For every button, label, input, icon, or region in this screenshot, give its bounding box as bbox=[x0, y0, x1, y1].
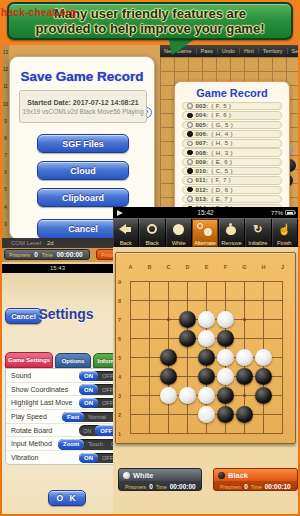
toggle-option-off[interactable]: OFF bbox=[98, 400, 113, 406]
toggle-sound[interactable]: ONOFF bbox=[79, 371, 113, 382]
record-row[interactable]: 012:( D, 6 ) bbox=[182, 186, 282, 194]
game-record-screenshot: New GamePassUndoHintTerritorySettings Ga… bbox=[160, 45, 298, 211]
white-stone-icon bbox=[187, 178, 193, 184]
time-value: 00:00:10 bbox=[265, 483, 291, 490]
settings-screenshot: 15:43 Cancel Settings Game Settings Opti… bbox=[2, 262, 113, 514]
tab-options[interactable]: Options bbox=[55, 353, 91, 368]
move-number: 009: bbox=[196, 159, 209, 165]
white-button[interactable]: White bbox=[166, 219, 192, 247]
coord-number: 7 bbox=[2, 153, 9, 158]
black-stone-icon bbox=[187, 131, 193, 137]
toggle-show-coordinates[interactable]: ONOFF bbox=[79, 384, 113, 395]
cloud-button[interactable]: Cloud bbox=[37, 161, 129, 180]
white-stone-E3[interactable] bbox=[198, 387, 215, 404]
battery-percent: 77% bbox=[271, 210, 283, 216]
status-bar: 15:42 77% bbox=[113, 207, 298, 218]
screenshot-collage: Many user friendly features are provided… bbox=[0, 0, 300, 516]
row-label: 1 bbox=[118, 431, 121, 437]
record-row[interactable]: 013:( E, 7 ) bbox=[182, 195, 282, 203]
record-row[interactable]: 006:( H, 4 ) bbox=[182, 130, 282, 138]
toolbar-button-label: White bbox=[172, 240, 186, 246]
hoshi-point bbox=[243, 394, 246, 397]
move-number: 013: bbox=[196, 196, 209, 202]
setting-row-input-method: Input MethodZoomTouchCursor bbox=[6, 437, 113, 451]
setting-row-sound: SoundONOFF bbox=[6, 369, 113, 383]
tab-information[interactable]: Information bbox=[93, 353, 113, 368]
black-stone-G2[interactable] bbox=[236, 406, 253, 423]
ok-button[interactable]: O K bbox=[48, 490, 86, 506]
row-label: 4 bbox=[118, 374, 121, 380]
segment-option-normal[interactable]: Normal bbox=[84, 414, 110, 420]
com-level-label: COM Level bbox=[11, 240, 41, 246]
finish-button[interactable]: ☝Finish bbox=[272, 219, 298, 247]
white-stone-icon bbox=[123, 472, 130, 479]
prisoners-label: Prisoners bbox=[125, 484, 146, 490]
black-stone-icon bbox=[187, 168, 193, 174]
toolbar-button-label: Initialize bbox=[248, 240, 267, 246]
back-arrow bbox=[119, 222, 132, 236]
coord-number: 4 bbox=[2, 205, 9, 210]
black-stone-D6[interactable] bbox=[179, 330, 196, 347]
initialize-arrow: ↻ bbox=[253, 223, 262, 235]
column-label: A bbox=[129, 264, 133, 270]
coord-number: 11 bbox=[2, 84, 9, 89]
game-summary: 19x19 vsCOMLv2d Black Move56 Playing bbox=[22, 108, 143, 115]
move-coordinate: ( H, 5 ) bbox=[211, 140, 233, 146]
alternate-stones bbox=[197, 222, 212, 236]
move-coordinate: ( E, 6 ) bbox=[211, 159, 232, 165]
time-value: 00:00:00 bbox=[170, 483, 196, 490]
row-labels: 987654321 bbox=[116, 281, 125, 434]
player-name: White bbox=[133, 471, 153, 480]
black-button[interactable]: Black bbox=[139, 219, 165, 247]
toggle-option-off[interactable]: OFF bbox=[98, 387, 113, 393]
black-stone-icon bbox=[187, 150, 193, 156]
black-stone-F2[interactable] bbox=[217, 406, 234, 423]
black-stone-D7[interactable] bbox=[179, 311, 196, 328]
white-player-strip: Prisoners 0 Time 00:00:00 bbox=[4, 249, 90, 260]
finish-hand: ☝ bbox=[277, 222, 291, 236]
toolbar-item-pass[interactable]: Pass bbox=[197, 48, 218, 54]
move-number: 005: bbox=[196, 122, 209, 128]
game-info-box: Started Date: 2017-07-12 14:08:21 19x19 … bbox=[19, 90, 147, 123]
player-name: Black bbox=[228, 471, 248, 480]
game-record-card: Game Record 003:( F, 5 )004:( F, 6 )005:… bbox=[174, 81, 290, 211]
coord-number: 10 bbox=[2, 102, 9, 107]
sgf-files-button[interactable]: SGF Files bbox=[37, 134, 129, 153]
white-stone-icon bbox=[187, 196, 193, 202]
status-bar: 15:43 bbox=[2, 264, 113, 273]
watermark-text: hack-cheat.org bbox=[1, 7, 76, 18]
coord-number: 5 bbox=[2, 187, 9, 192]
white-player-bar: White Prisoners 0 Time 00:00:00 bbox=[118, 468, 202, 491]
white-stone-E2[interactable] bbox=[198, 406, 215, 423]
remove-button[interactable]: Remove bbox=[219, 219, 245, 247]
record-row[interactable]: 008:( H, 3 ) bbox=[182, 148, 282, 156]
row-label: 8 bbox=[118, 298, 121, 304]
segment-option-slow[interactable]: Slow bbox=[110, 414, 113, 420]
row-label: 9 bbox=[118, 279, 121, 285]
black-stone-C4[interactable] bbox=[160, 368, 177, 385]
toggle-option-on[interactable]: ON bbox=[79, 453, 98, 464]
black-stone bbox=[147, 222, 157, 236]
setting-label: Rotate Board bbox=[11, 427, 52, 434]
white-stone-icon bbox=[187, 122, 193, 128]
black-stone-icon bbox=[187, 113, 193, 119]
initialize-arrow: ↻ bbox=[253, 222, 262, 236]
toolbar-button-label: Alternate bbox=[194, 240, 215, 246]
column-label: J bbox=[281, 264, 284, 270]
go-board: ABCDEFGHJ 987654321 bbox=[115, 252, 296, 444]
move-number: 004: bbox=[196, 112, 209, 118]
column-label: D bbox=[186, 264, 190, 270]
record-list: 003:( F, 5 )004:( F, 6 )005:( G, 5 )006:… bbox=[175, 102, 289, 211]
white-stone-E6[interactable] bbox=[198, 330, 215, 347]
back-arrow bbox=[119, 224, 132, 234]
white-stone bbox=[173, 224, 184, 235]
toggle-option-on[interactable]: ON bbox=[79, 384, 98, 395]
prisoners-value: 0 bbox=[244, 483, 248, 490]
black-stone-F3[interactable] bbox=[217, 387, 234, 404]
white-stone-icon bbox=[187, 103, 193, 109]
move-coordinate: ( F, 5 ) bbox=[211, 103, 231, 109]
toolbar-item-territory[interactable]: Territory bbox=[259, 48, 288, 54]
coord-number: 13 bbox=[2, 50, 9, 55]
setting-row-rotate-board: Rotate BoardONOFF bbox=[6, 424, 113, 438]
segment-option-fast[interactable]: Fast bbox=[62, 412, 84, 423]
toolbar-button-label: Remove bbox=[221, 240, 241, 246]
edit-toolbar: BackBlackWhiteAlternateRemove↻Initialize… bbox=[113, 218, 298, 247]
black-stone-H3[interactable] bbox=[255, 387, 272, 404]
white-stone-D3[interactable] bbox=[179, 387, 196, 404]
black-stone-E5[interactable] bbox=[198, 349, 215, 366]
tab-game-settings[interactable]: Game Settings bbox=[5, 352, 53, 368]
remove-stone bbox=[226, 223, 237, 235]
setting-label: Input Method bbox=[11, 440, 52, 447]
setting-row-vibration: VibrationONOFF bbox=[6, 451, 113, 465]
black-stone-G4[interactable] bbox=[236, 368, 253, 385]
record-row[interactable]: 009:( E, 6 ) bbox=[182, 158, 282, 166]
toolbar-item-hint[interactable]: Hint bbox=[240, 48, 259, 54]
filled-stone bbox=[204, 228, 212, 236]
toolbar-item-undo[interactable]: Undo bbox=[218, 48, 240, 54]
black-stone-H4[interactable] bbox=[255, 368, 272, 385]
move-coordinate: ( E, 7 ) bbox=[211, 196, 232, 202]
move-number: 012: bbox=[196, 187, 209, 193]
coord-number: 8 bbox=[2, 136, 9, 141]
move-coordinate: ( F, 6 ) bbox=[211, 112, 231, 118]
setting-label: Show Coordinates bbox=[11, 386, 68, 393]
ring-stone bbox=[197, 223, 203, 229]
finish-hand: ☝ bbox=[277, 223, 291, 236]
white-stone-H5[interactable] bbox=[255, 349, 272, 366]
record-row[interactable]: 005:( G, 5 ) bbox=[182, 121, 282, 129]
time-label: Time bbox=[156, 484, 167, 490]
column-label: C bbox=[167, 264, 171, 270]
white-stone-C3[interactable] bbox=[160, 387, 177, 404]
coord-number: 9 bbox=[2, 119, 9, 124]
white-stone-icon bbox=[187, 141, 193, 147]
black-stone bbox=[147, 224, 157, 234]
white-stone-F7[interactable] bbox=[217, 311, 234, 328]
row-label: 3 bbox=[118, 393, 121, 399]
record-title: Game Record bbox=[175, 87, 289, 99]
time-label: Time bbox=[42, 252, 53, 258]
black-player-bar: Black Prisoners 0 Time 00:00:10 bbox=[213, 468, 298, 491]
black-stone-icon bbox=[218, 472, 225, 479]
toggle-option-off[interactable]: OFF bbox=[95, 425, 113, 436]
toggle-highlight-last-move[interactable]: ONOFF bbox=[79, 398, 113, 409]
prisoners-value: 0 bbox=[149, 483, 153, 490]
coord-number: 12 bbox=[2, 67, 9, 72]
segment-option-zoom[interactable]: Zoom bbox=[58, 439, 84, 450]
battery-icon bbox=[285, 210, 295, 215]
dialog-title: Save Game Record bbox=[10, 69, 154, 84]
record-row[interactable]: 011:( F, 7 ) bbox=[182, 176, 282, 184]
banner-line1: Many user friendly features are bbox=[54, 6, 246, 21]
white-stone bbox=[173, 222, 184, 236]
toggle-option-on[interactable]: ON bbox=[79, 371, 98, 382]
hoshi-point bbox=[167, 318, 170, 321]
black-stone-F6[interactable] bbox=[217, 330, 234, 347]
segmented-play-speed[interactable]: FastNormalSlow bbox=[62, 412, 113, 423]
row-label: 7 bbox=[118, 317, 121, 323]
board-left-coords: 1312111098765432 bbox=[2, 45, 9, 262]
time-value: 00:00:00 bbox=[57, 251, 83, 258]
toggle-option-off[interactable]: OFF bbox=[98, 373, 113, 379]
setting-label: Highlight Last Move bbox=[11, 399, 72, 406]
initialize-button[interactable]: ↻Initialize bbox=[245, 219, 271, 247]
status-time: 15:43 bbox=[2, 264, 113, 273]
banner-line2: provided to help improve your game! bbox=[36, 21, 265, 36]
segment-option-touch[interactable]: Touch bbox=[84, 441, 107, 447]
move-number: 011: bbox=[196, 177, 208, 183]
move-number: 008: bbox=[196, 150, 209, 156]
setting-row-play-speed: Play SpeedFastNormalSlow bbox=[6, 410, 113, 424]
black-stone-icon bbox=[187, 187, 193, 193]
move-number: 007: bbox=[196, 140, 209, 146]
alternate-stones bbox=[197, 223, 212, 236]
white-stone-icon bbox=[187, 159, 193, 165]
record-row[interactable]: 003:( F, 5 ) bbox=[182, 102, 282, 110]
toggle-rotate-board[interactable]: ONOFF bbox=[79, 425, 113, 436]
com-level-value: 2d bbox=[47, 240, 54, 246]
segment-option-cursor[interactable]: Cursor bbox=[107, 441, 113, 447]
move-number: 010: bbox=[196, 168, 209, 174]
row-label: 2 bbox=[118, 412, 121, 418]
board-grid[interactable] bbox=[130, 281, 283, 434]
setting-label: Play Speed bbox=[11, 413, 47, 420]
column-label: E bbox=[205, 264, 209, 270]
setting-label: Vibration bbox=[11, 454, 39, 461]
white-stone-E7[interactable] bbox=[198, 311, 215, 328]
toolbar-button-label: Back bbox=[120, 240, 132, 246]
hoshi-point bbox=[243, 318, 246, 321]
black-stone-C5[interactable] bbox=[160, 349, 177, 366]
column-label: B bbox=[148, 264, 152, 270]
record-row[interactable]: 007:( H, 5 ) bbox=[182, 139, 282, 147]
segmented-input-method[interactable]: ZoomTouchCursor bbox=[58, 439, 113, 450]
column-label: F bbox=[224, 264, 227, 270]
move-coordinate: ( F, 7 ) bbox=[211, 177, 231, 183]
column-label: H bbox=[262, 264, 266, 270]
prisoners-label: Prisoners bbox=[220, 484, 241, 490]
move-number: 003: bbox=[196, 103, 209, 109]
setting-row-highlight-last-move: Highlight Last MoveONOFF bbox=[6, 396, 113, 410]
toolbar-button-label: Finish bbox=[277, 240, 291, 246]
move-coordinate: ( H, 4 ) bbox=[211, 131, 233, 137]
setting-row-show-coordinates: Show CoordinatesONOFF bbox=[6, 383, 113, 397]
setting-label: Sound bbox=[11, 372, 31, 379]
back-button[interactable]: Back bbox=[113, 219, 139, 247]
board-screenshot: 15:42 77% BackBlackWhiteAlternateRemove↻… bbox=[113, 207, 298, 514]
row-label: 6 bbox=[118, 336, 121, 342]
coord-number: 6 bbox=[2, 170, 9, 175]
clipboard-button[interactable]: Clipboard bbox=[37, 188, 129, 207]
record-row[interactable]: 004:( F, 6 ) bbox=[182, 111, 282, 119]
stone-body bbox=[226, 226, 236, 235]
coord-number: 3 bbox=[2, 222, 9, 227]
toggle-option-on[interactable]: ON bbox=[79, 428, 95, 434]
time-label: Time bbox=[251, 484, 262, 490]
toggle-option-on[interactable]: ON bbox=[79, 398, 98, 409]
white-stone-F4[interactable] bbox=[217, 368, 234, 385]
white-stone-F5[interactable] bbox=[217, 349, 234, 366]
toggle-option-off[interactable]: OFF bbox=[98, 455, 113, 461]
move-coordinate: ( D, 6 ) bbox=[211, 187, 233, 193]
move-number: 006: bbox=[196, 131, 209, 137]
toolbar-button-label: Black bbox=[146, 240, 159, 246]
row-label: 5 bbox=[118, 355, 121, 361]
prisoners-label: Prisoners bbox=[9, 252, 30, 258]
white-stone-G5[interactable] bbox=[236, 349, 253, 366]
alternate-button[interactable]: Alternate bbox=[192, 219, 218, 247]
black-stone-E4[interactable] bbox=[198, 368, 215, 385]
column-label: G bbox=[242, 264, 246, 270]
started-date: Started Date: 2017-07-12 14:08:21 bbox=[27, 99, 138, 106]
move-coordinate: ( H, 3 ) bbox=[211, 150, 233, 156]
prisoners-value: 0 bbox=[34, 251, 38, 258]
move-coordinate: ( G, 5 ) bbox=[211, 122, 233, 128]
settings-title: Settings bbox=[30, 306, 102, 322]
settings-card: SoundONOFFShow CoordinatesONOFFHighlight… bbox=[5, 368, 113, 465]
record-row[interactable]: 010:( C, 5 ) bbox=[182, 167, 282, 175]
column-labels: ABCDEFGHJ bbox=[130, 264, 283, 272]
toolbar-item-settings[interactable]: Settings bbox=[288, 48, 298, 54]
move-coordinate: ( C, 5 ) bbox=[211, 168, 233, 174]
remove-stone bbox=[226, 222, 237, 236]
toggle-vibration[interactable]: ONOFF bbox=[79, 453, 113, 464]
